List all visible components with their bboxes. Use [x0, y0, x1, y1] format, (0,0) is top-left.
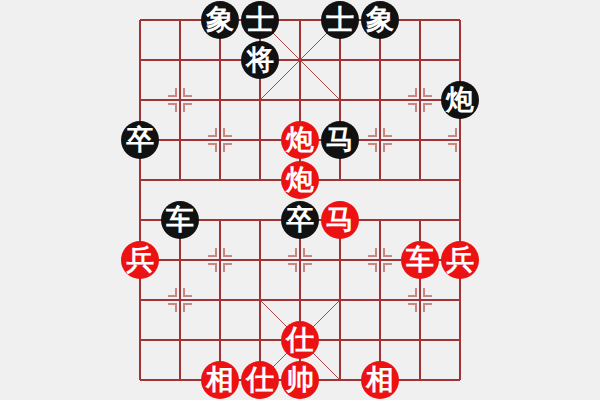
piece-black-horse[interactable]: 马: [321, 121, 359, 159]
piece-black-general[interactable]: 将: [241, 41, 279, 79]
piece-red-cannon[interactable]: 炮: [281, 161, 319, 199]
piece-red-chariot[interactable]: 车: [401, 241, 439, 279]
piece-black-elephant[interactable]: 象: [361, 1, 399, 39]
piece-black-advisor[interactable]: 士: [241, 1, 279, 39]
xiangqi-board[interactable]: 象士士象将炮卒炮马炮车卒马兵车兵仕相仕帅相: [0, 0, 600, 400]
piece-red-advisor[interactable]: 仕: [281, 321, 319, 359]
piece-black-advisor[interactable]: 士: [321, 1, 359, 39]
xiangqi-app: 象士士象将炮卒炮马炮车卒马兵车兵仕相仕帅相: [0, 0, 600, 400]
piece-black-pawn[interactable]: 卒: [121, 121, 159, 159]
piece-red-pawn[interactable]: 兵: [441, 241, 479, 279]
piece-red-cannon[interactable]: 炮: [281, 121, 319, 159]
piece-red-pawn[interactable]: 兵: [121, 241, 159, 279]
piece-red-elephant[interactable]: 相: [201, 361, 239, 399]
piece-black-chariot[interactable]: 车: [161, 201, 199, 239]
piece-black-pawn[interactable]: 卒: [281, 201, 319, 239]
piece-red-elephant[interactable]: 相: [361, 361, 399, 399]
piece-black-cannon[interactable]: 炮: [441, 81, 479, 119]
piece-red-general[interactable]: 帅: [281, 361, 319, 399]
piece-red-horse[interactable]: 马: [321, 201, 359, 239]
piece-red-advisor[interactable]: 仕: [241, 361, 279, 399]
piece-black-elephant[interactable]: 象: [201, 1, 239, 39]
